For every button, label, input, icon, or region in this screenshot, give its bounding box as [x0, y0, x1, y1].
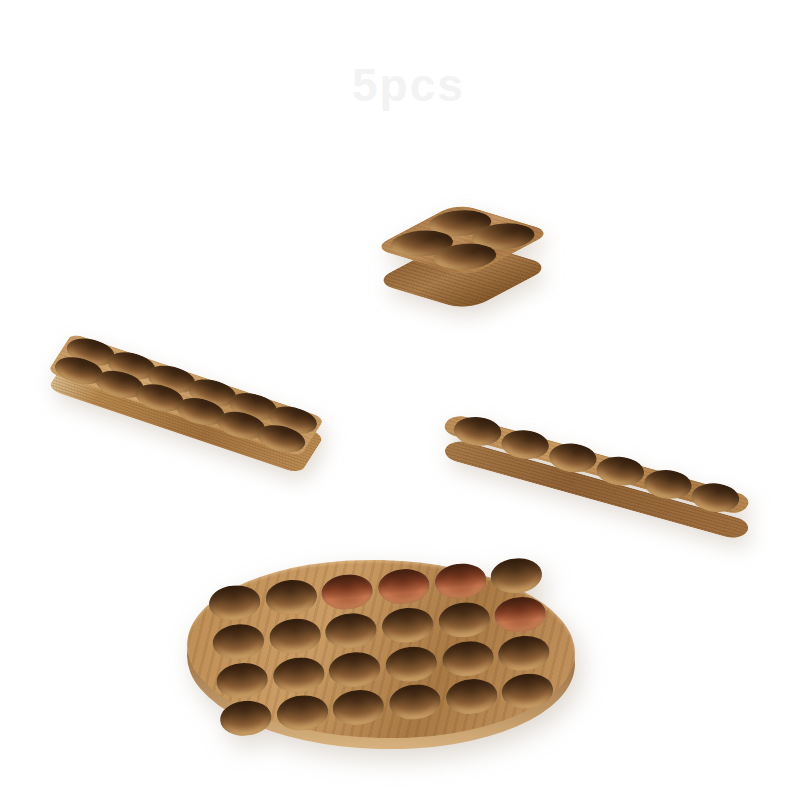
pit[interactable] [211, 622, 265, 661]
pit[interactable] [388, 683, 442, 722]
pit[interactable] [380, 605, 434, 644]
pit[interactable] [264, 578, 318, 617]
pit[interactable] [444, 677, 498, 716]
pit[interactable] [324, 611, 378, 650]
pit[interactable] [215, 660, 269, 699]
pit[interactable] [501, 672, 555, 711]
pit[interactable] [497, 633, 551, 672]
pit[interactable] [377, 567, 431, 606]
pit[interactable] [331, 688, 385, 727]
pit[interactable] [320, 572, 374, 611]
quantity-watermark: 5pcs [352, 58, 465, 112]
pit-grid [209, 556, 554, 737]
pit[interactable] [489, 556, 543, 595]
pit[interactable] [440, 639, 494, 678]
pit[interactable] [275, 693, 329, 732]
pit[interactable] [433, 561, 487, 600]
pit[interactable] [384, 644, 438, 683]
pit[interactable] [207, 583, 261, 622]
pit[interactable] [271, 655, 325, 694]
pit[interactable] [219, 699, 273, 738]
pit[interactable] [328, 649, 382, 688]
pit[interactable] [267, 616, 321, 655]
pit[interactable] [493, 595, 547, 634]
pit[interactable] [437, 600, 491, 639]
